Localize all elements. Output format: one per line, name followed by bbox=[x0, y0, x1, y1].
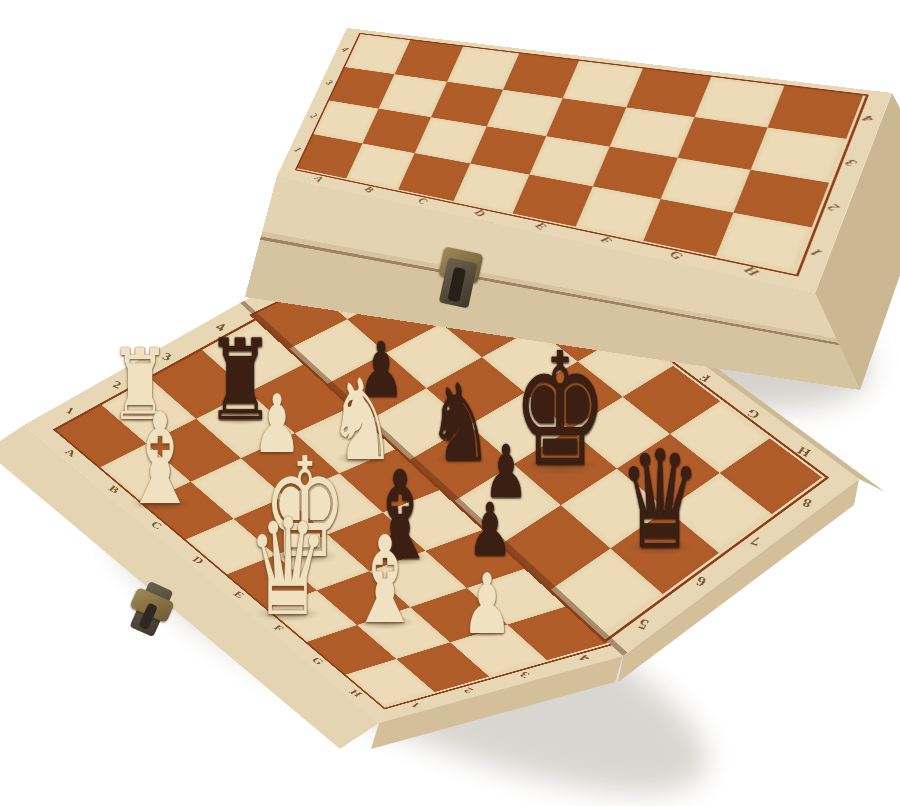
piece-shadow bbox=[435, 452, 486, 465]
piece-shadow bbox=[272, 548, 338, 565]
piece-shadow bbox=[213, 411, 266, 425]
piece-shadow bbox=[356, 615, 414, 630]
piece-shadow bbox=[473, 549, 508, 558]
piece-shadow bbox=[489, 491, 524, 500]
piece-shadow bbox=[467, 627, 507, 637]
piece-shadow bbox=[335, 451, 388, 465]
piece-shadow bbox=[130, 495, 190, 511]
piece-shadow bbox=[628, 539, 692, 556]
product-photo-chess-set: ABCDEFGH11223344 ABCDEFGH55667788 ABCDEF… bbox=[0, 0, 900, 806]
piece-shadow bbox=[371, 550, 429, 565]
piece-shadow bbox=[258, 445, 296, 455]
box-clasp bbox=[422, 242, 496, 316]
